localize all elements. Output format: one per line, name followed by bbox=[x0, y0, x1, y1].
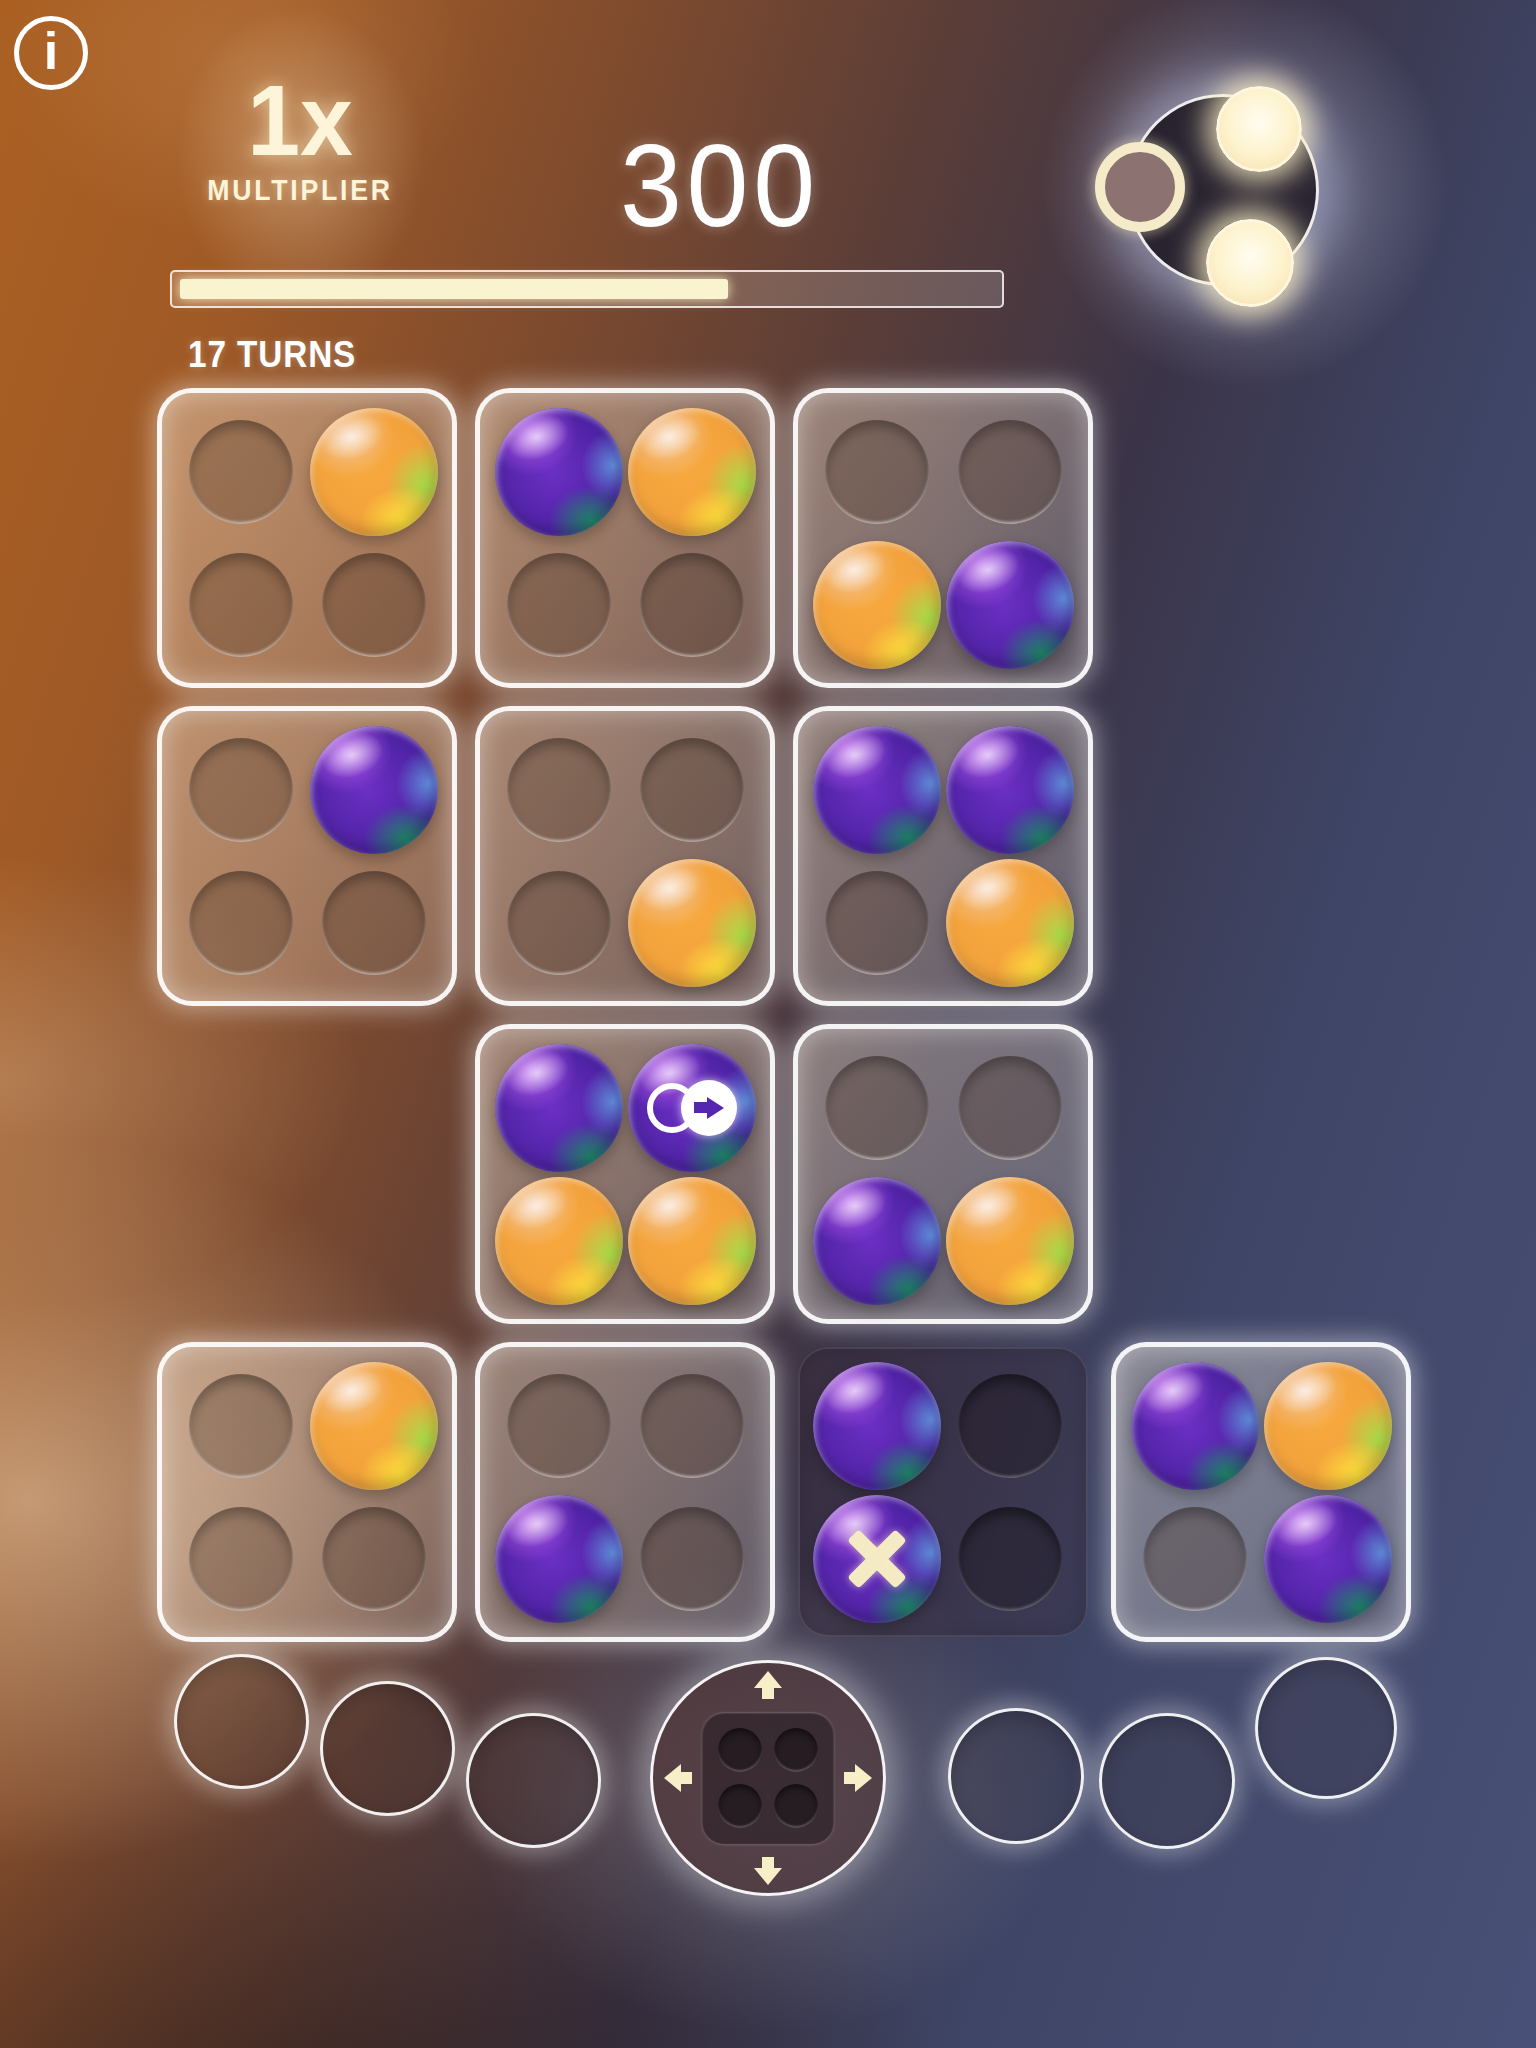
socket bbox=[507, 738, 611, 842]
x-orb[interactable] bbox=[813, 1495, 941, 1623]
pod-cell bbox=[496, 409, 621, 534]
pod-cell bbox=[311, 1496, 436, 1621]
socket bbox=[507, 1374, 611, 1478]
socket bbox=[507, 871, 611, 975]
down-arrow-icon bbox=[750, 1855, 786, 1885]
pod-r4c2[interactable] bbox=[480, 1347, 770, 1637]
pod-cell bbox=[814, 727, 939, 852]
orange-orb[interactable] bbox=[628, 1177, 756, 1305]
pod-cell bbox=[947, 542, 1072, 667]
pod-cell bbox=[629, 727, 754, 852]
pod-cell bbox=[814, 1363, 939, 1488]
multiplier-label: MULTIPLIER bbox=[153, 174, 447, 207]
pod-cell bbox=[814, 542, 939, 667]
mover-pad[interactable] bbox=[650, 1660, 886, 1896]
orange-orb[interactable] bbox=[946, 1177, 1074, 1305]
orange-orb[interactable] bbox=[1264, 1362, 1392, 1490]
pod-cell bbox=[1132, 1363, 1257, 1488]
tray-slot[interactable] bbox=[466, 1713, 601, 1848]
socket bbox=[189, 738, 293, 842]
pod-cell bbox=[496, 727, 621, 852]
socket bbox=[825, 1056, 929, 1160]
pod-cell bbox=[496, 1363, 621, 1488]
left-arrow-icon bbox=[664, 1760, 694, 1796]
turns-label: 17 TURNS bbox=[188, 334, 356, 376]
pod-r4c3[interactable] bbox=[798, 1347, 1088, 1637]
pod-cell bbox=[178, 409, 303, 534]
orange-orb[interactable] bbox=[310, 1362, 438, 1490]
pod-cell bbox=[178, 727, 303, 852]
move-arrow-icon bbox=[628, 1044, 756, 1172]
pod-cell bbox=[947, 1045, 1072, 1170]
game-screen: i 1x MULTIPLIER 300 17 TURNS bbox=[0, 0, 1536, 2048]
socket bbox=[322, 1507, 426, 1611]
pod-r1c2[interactable] bbox=[480, 393, 770, 683]
pod-cell bbox=[629, 860, 754, 985]
pod-cell bbox=[496, 1178, 621, 1303]
pod-cell bbox=[947, 1363, 1072, 1488]
pod-r4c1[interactable] bbox=[162, 1347, 452, 1637]
x-icon bbox=[813, 1495, 941, 1623]
mover-grid bbox=[702, 1712, 834, 1844]
pod-cell bbox=[1265, 1363, 1390, 1488]
pod-cell bbox=[629, 1496, 754, 1621]
socket bbox=[640, 738, 744, 842]
purple-orb[interactable] bbox=[495, 1044, 623, 1172]
pod-cell bbox=[178, 1496, 303, 1621]
mover-socket bbox=[718, 1728, 762, 1772]
orange-orb[interactable] bbox=[628, 408, 756, 536]
pod-cell bbox=[311, 727, 436, 852]
pod-cell bbox=[814, 1045, 939, 1170]
pod-cell bbox=[629, 1178, 754, 1303]
info-button[interactable]: i bbox=[14, 16, 88, 90]
socket bbox=[322, 553, 426, 657]
orange-orb[interactable] bbox=[946, 859, 1074, 987]
socket bbox=[825, 420, 929, 524]
right-arrow-icon bbox=[842, 1760, 872, 1796]
multiplier-value: 1x bbox=[148, 70, 452, 170]
pod-cell bbox=[814, 860, 939, 985]
tray-slot[interactable] bbox=[320, 1681, 455, 1816]
socket bbox=[189, 553, 293, 657]
socket bbox=[640, 1507, 744, 1611]
pod-cell bbox=[947, 727, 1072, 852]
orange-orb[interactable] bbox=[495, 1177, 623, 1305]
socket bbox=[189, 1507, 293, 1611]
goal-slot-lit bbox=[1216, 86, 1302, 172]
socket bbox=[640, 553, 744, 657]
purple-orb[interactable] bbox=[495, 408, 623, 536]
pod-cell bbox=[1265, 1496, 1390, 1621]
socket bbox=[958, 1507, 1062, 1611]
goal-slot-lit bbox=[1206, 219, 1294, 307]
up-arrow-icon bbox=[750, 1671, 786, 1701]
pod-cell bbox=[629, 1363, 754, 1488]
purple-orb[interactable] bbox=[310, 726, 438, 854]
socket bbox=[322, 871, 426, 975]
pod-cell bbox=[629, 542, 754, 667]
tray-slot[interactable] bbox=[948, 1708, 1084, 1844]
mover-socket bbox=[774, 1784, 818, 1828]
socket bbox=[189, 1374, 293, 1478]
socket bbox=[958, 1056, 1062, 1160]
goal-indicator bbox=[1090, 80, 1340, 320]
socket bbox=[825, 871, 929, 975]
purple-orb[interactable] bbox=[1264, 1495, 1392, 1623]
pod-cell bbox=[947, 1496, 1072, 1621]
mover-socket bbox=[718, 1784, 762, 1828]
pod-r2c2[interactable] bbox=[480, 711, 770, 1001]
pod-cell bbox=[814, 1496, 939, 1621]
tray-slot[interactable] bbox=[1255, 1657, 1397, 1799]
pod-r4c4[interactable] bbox=[1116, 1347, 1406, 1637]
info-icon: i bbox=[44, 25, 58, 77]
purple-orb[interactable] bbox=[1131, 1362, 1259, 1490]
pod-cell bbox=[947, 860, 1072, 985]
purple-orb[interactable] bbox=[813, 1362, 941, 1490]
pod-r1c3[interactable] bbox=[798, 393, 1088, 683]
board bbox=[162, 393, 1406, 1637]
progress-fill bbox=[180, 279, 728, 299]
arrow-orb[interactable] bbox=[628, 1044, 756, 1172]
pod-cell bbox=[311, 409, 436, 534]
orange-orb[interactable] bbox=[628, 859, 756, 987]
socket bbox=[958, 420, 1062, 524]
pod-cell bbox=[814, 1178, 939, 1303]
multiplier-display: 1x MULTIPLIER bbox=[140, 70, 460, 250]
purple-orb[interactable] bbox=[495, 1495, 623, 1623]
orange-orb[interactable] bbox=[813, 541, 941, 669]
orange-orb[interactable] bbox=[310, 408, 438, 536]
pod-cell bbox=[178, 1363, 303, 1488]
pod-cell bbox=[1132, 1496, 1257, 1621]
socket bbox=[189, 871, 293, 975]
goal-slot-unlit bbox=[1095, 142, 1185, 232]
mover-socket bbox=[774, 1728, 818, 1772]
socket bbox=[640, 1374, 744, 1478]
tray-slot[interactable] bbox=[174, 1654, 309, 1789]
socket bbox=[189, 420, 293, 524]
pod-cell bbox=[178, 860, 303, 985]
pod-r3c3[interactable] bbox=[798, 1029, 1088, 1319]
pod-cell bbox=[496, 860, 621, 985]
pod-cell bbox=[947, 1178, 1072, 1303]
socket bbox=[507, 553, 611, 657]
score: 300 bbox=[605, 128, 835, 244]
pod-cell bbox=[629, 409, 754, 534]
pod-r2c3[interactable] bbox=[798, 711, 1088, 1001]
pod-r1c1[interactable] bbox=[162, 393, 452, 683]
tray-slot[interactable] bbox=[1099, 1713, 1235, 1849]
pod-cell bbox=[311, 542, 436, 667]
pod-cell bbox=[496, 542, 621, 667]
socket bbox=[1143, 1507, 1247, 1611]
pod-cell bbox=[496, 1045, 621, 1170]
pod-cell bbox=[814, 409, 939, 534]
pod-r3c2[interactable] bbox=[480, 1029, 770, 1319]
pod-cell bbox=[629, 1045, 754, 1170]
pod-cell bbox=[178, 542, 303, 667]
progress-bar bbox=[170, 270, 1004, 308]
socket bbox=[958, 1374, 1062, 1478]
pod-cell bbox=[311, 1363, 436, 1488]
pod-cell bbox=[947, 409, 1072, 534]
purple-orb[interactable] bbox=[813, 1177, 941, 1305]
pod-r2c1[interactable] bbox=[162, 711, 452, 1001]
purple-orb[interactable] bbox=[946, 541, 1074, 669]
purple-orb[interactable] bbox=[813, 726, 941, 854]
pod-cell bbox=[311, 860, 436, 985]
purple-orb[interactable] bbox=[946, 726, 1074, 854]
pod-cell bbox=[496, 1496, 621, 1621]
